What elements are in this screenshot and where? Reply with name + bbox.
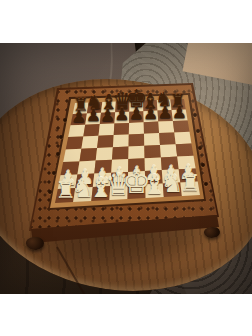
board-foot-left	[25, 236, 44, 251]
bottom-white-margin	[0, 294, 252, 336]
piece-white-rook[interactable]: ♜	[180, 172, 201, 195]
piece-black-pawn[interactable]: ♟	[114, 106, 129, 123]
photo-region: ♜♞♝♛♚♝♞♜♟♟♟♟♟♟♟♟♟♟♟♟♟♟♟♟♜♞♝♛♚♝♞♜	[0, 43, 252, 294]
piece-black-pawn[interactable]: ♟	[129, 106, 144, 123]
screenshot: ♜♞♝♛♚♝♞♜♟♟♟♟♟♟♟♟♟♟♟♟♟♟♟♟♜♞♝♛♚♝♞♜	[0, 0, 252, 336]
piece-black-pawn[interactable]: ♟	[71, 108, 86, 125]
piece-black-pawn[interactable]: ♟	[100, 107, 115, 124]
right-frame-peg	[193, 113, 197, 117]
top-white-margin	[0, 0, 252, 43]
left-frame-peg	[63, 118, 67, 122]
piece-black-pawn[interactable]: ♟	[143, 105, 158, 122]
chess-board: ♜♞♝♛♚♝♞♜♟♟♟♟♟♟♟♟♟♟♟♟♟♟♟♟♜♞♝♛♚♝♞♜	[0, 43, 252, 294]
right-frame-peg	[196, 129, 200, 133]
left-frame-peg	[52, 171, 56, 175]
board-foot-right	[203, 226, 220, 239]
piece-black-pawn[interactable]: ♟	[172, 104, 187, 121]
piece-black-pawn[interactable]: ♟	[86, 107, 101, 124]
piece-black-pawn[interactable]: ♟	[157, 104, 172, 121]
